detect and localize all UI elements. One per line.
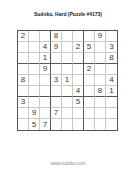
cell-r3c1-empty[interactable] xyxy=(18,53,29,64)
cell-r7c5-empty[interactable] xyxy=(62,97,73,108)
cell-r1c3-empty[interactable] xyxy=(40,31,51,42)
cell-r5c6-empty[interactable] xyxy=(73,75,84,86)
cell-r1c6-empty[interactable] xyxy=(73,31,84,42)
cell-r8c8-empty[interactable] xyxy=(95,108,106,119)
cell-r9c4-empty[interactable] xyxy=(51,119,62,130)
cell-r9c9-empty[interactable] xyxy=(106,119,117,130)
cell-r2c5-empty[interactable] xyxy=(62,42,73,53)
cell-r2c2-empty[interactable] xyxy=(29,42,40,53)
cell-r6c4-empty[interactable] xyxy=(51,86,62,97)
cell-r8c5-empty[interactable] xyxy=(62,108,73,119)
cell-r8c1-empty[interactable] xyxy=(18,108,29,119)
cell-r8c4-given: 7 xyxy=(51,108,62,119)
cell-r7c1-given: 3 xyxy=(18,97,29,108)
cell-r5c3-empty[interactable] xyxy=(40,75,51,86)
cell-r4c2-empty[interactable] xyxy=(29,64,40,75)
cell-r6c8-given: 8 xyxy=(95,86,106,97)
cell-r2c1-empty[interactable] xyxy=(18,42,29,53)
cell-r4c9-empty[interactable] xyxy=(106,64,117,75)
cell-r9c2-given: 5 xyxy=(29,119,40,130)
sudoku-sheet: Sudoku, Hard (Puzzle #4173) 289492531892… xyxy=(0,0,136,176)
cell-r3c6-empty[interactable] xyxy=(73,53,84,64)
cell-r4c7-given: 2 xyxy=(84,64,95,75)
cell-r2c4-given: 9 xyxy=(51,42,62,53)
cell-r5c2-empty[interactable] xyxy=(29,75,40,86)
cell-r9c8-empty[interactable] xyxy=(95,119,106,130)
cell-r8c3-empty[interactable] xyxy=(40,108,51,119)
cell-r1c5-empty[interactable] xyxy=(62,31,73,42)
cell-r6c1-empty[interactable] xyxy=(18,86,29,97)
cell-r2c6-given: 2 xyxy=(73,42,84,53)
cell-r7c6-given: 5 xyxy=(73,97,84,108)
cell-r4c8-empty[interactable] xyxy=(95,64,106,75)
cell-r5c5-given: 1 xyxy=(62,75,73,86)
cell-r6c2-empty[interactable] xyxy=(29,86,40,97)
cell-r8c2-given: 9 xyxy=(29,108,40,119)
cell-r9c3-given: 7 xyxy=(40,119,51,130)
cell-r1c1-given: 2 xyxy=(18,31,29,42)
cell-r1c2-empty[interactable] xyxy=(29,31,40,42)
cell-r3c5-empty[interactable] xyxy=(62,53,73,64)
cell-r7c7-empty[interactable] xyxy=(84,97,95,108)
cell-r5c1-given: 8 xyxy=(18,75,29,86)
cell-r9c5-empty[interactable] xyxy=(62,119,73,130)
cell-r2c3-given: 4 xyxy=(40,42,51,53)
cell-r6c9-given: 1 xyxy=(106,86,117,97)
cell-r5c9-given: 4 xyxy=(106,75,117,86)
cell-r7c8-empty[interactable] xyxy=(95,97,106,108)
cell-r6c5-empty[interactable] xyxy=(62,86,73,97)
cell-r2c8-empty[interactable] xyxy=(95,42,106,53)
cell-r3c9-given: 8 xyxy=(106,53,117,64)
cell-r2c9-given: 3 xyxy=(106,42,117,53)
cell-r9c6-empty[interactable] xyxy=(73,119,84,130)
cell-r8c7-empty[interactable] xyxy=(84,108,95,119)
cell-r5c8-empty[interactable] xyxy=(95,75,106,86)
cell-r3c3-given: 1 xyxy=(40,53,51,64)
cell-r1c8-given: 9 xyxy=(95,31,106,42)
cell-r7c3-empty[interactable] xyxy=(40,97,51,108)
cell-r6c3-empty[interactable] xyxy=(40,86,51,97)
cell-r3c8-empty[interactable] xyxy=(95,53,106,64)
cell-r4c3-given: 9 xyxy=(40,64,51,75)
cell-r3c2-empty[interactable] xyxy=(29,53,40,64)
cell-r4c4-empty[interactable] xyxy=(51,64,62,75)
cell-r9c1-empty[interactable] xyxy=(18,119,29,130)
cell-r7c9-empty[interactable] xyxy=(106,97,117,108)
cell-r8c6-empty[interactable] xyxy=(73,108,84,119)
cell-r5c7-empty[interactable] xyxy=(84,75,95,86)
sudoku-board: 2894925318928314481359757 xyxy=(17,30,118,131)
cell-r9c7-empty[interactable] xyxy=(84,119,95,130)
cell-r5c4-given: 3 xyxy=(51,75,62,86)
cell-r1c9-empty[interactable] xyxy=(106,31,117,42)
cell-r6c6-given: 4 xyxy=(73,86,84,97)
cell-r7c2-empty[interactable] xyxy=(29,97,40,108)
cell-r8c9-empty[interactable] xyxy=(106,108,117,119)
cell-r4c6-empty[interactable] xyxy=(73,64,84,75)
footer-url: www.sudoku.com xyxy=(0,161,136,166)
cell-r2c7-given: 5 xyxy=(84,42,95,53)
puzzle-title: Sudoku, Hard (Puzzle #4173) xyxy=(0,11,136,17)
cell-r6c7-empty[interactable] xyxy=(84,86,95,97)
cell-r3c4-empty[interactable] xyxy=(51,53,62,64)
cell-r1c4-given: 8 xyxy=(51,31,62,42)
cell-r4c5-empty[interactable] xyxy=(62,64,73,75)
cell-r3c7-empty[interactable] xyxy=(84,53,95,64)
cell-r7c4-empty[interactable] xyxy=(51,97,62,108)
cell-r1c7-empty[interactable] xyxy=(84,31,95,42)
cell-r4c1-empty[interactable] xyxy=(18,64,29,75)
